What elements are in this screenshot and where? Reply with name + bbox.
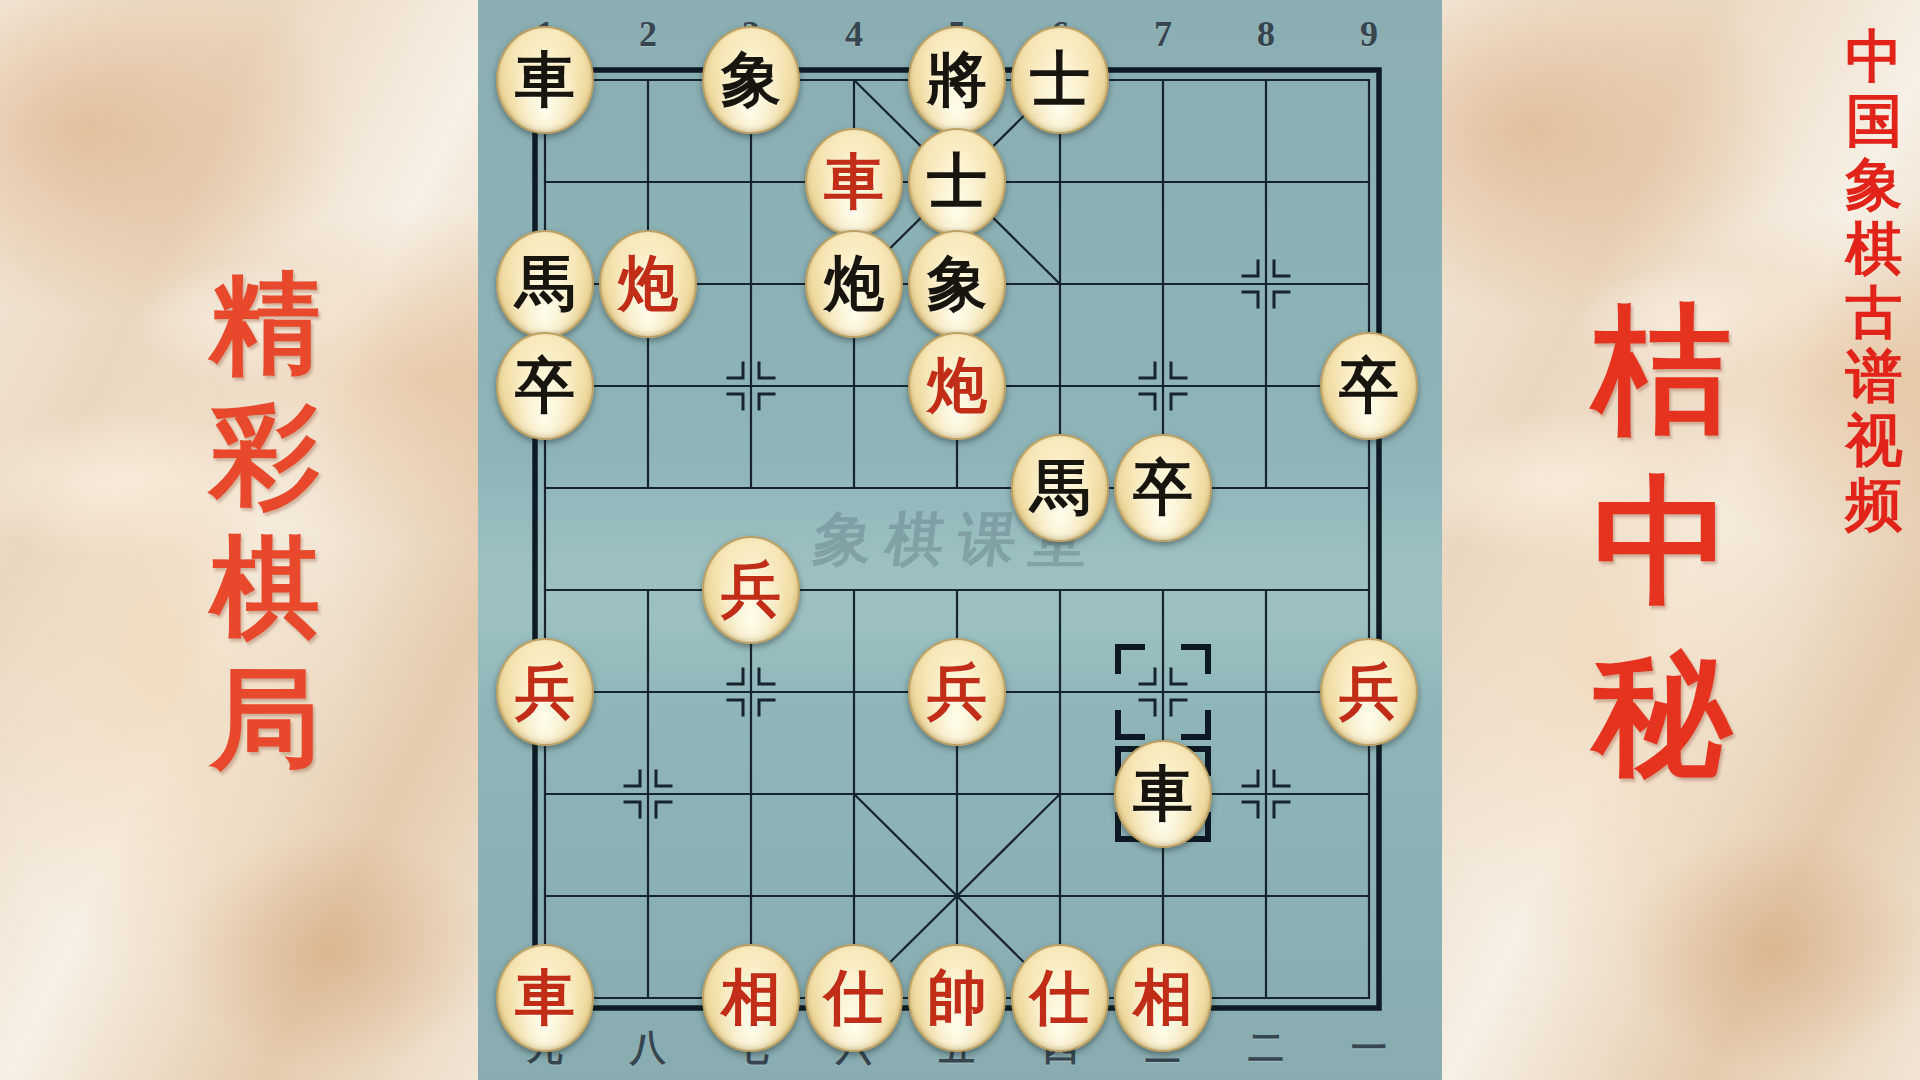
piece-black-advisor[interactable]: 士 — [1011, 26, 1109, 134]
piece-character: 卒 — [1339, 356, 1399, 416]
file-label-top: 7 — [1154, 13, 1172, 55]
piece-character: 車 — [1133, 764, 1193, 824]
title-char: 国 — [1846, 92, 1903, 149]
piece-red-advisor[interactable]: 仕 — [1011, 944, 1109, 1052]
piece-black-chariot[interactable]: 車 — [1114, 740, 1212, 848]
piece-red-soldier[interactable]: 兵 — [1320, 638, 1418, 746]
piece-red-chariot[interactable]: 車 — [805, 128, 903, 236]
file-label-top: 4 — [845, 13, 863, 55]
piece-black-advisor[interactable]: 士 — [908, 128, 1006, 236]
left-title-vertical: 精彩棋局 — [210, 268, 320, 774]
piece-red-chariot[interactable]: 車 — [496, 944, 594, 1052]
piece-character: 兵 — [1339, 662, 1399, 722]
piece-red-cannon[interactable]: 炮 — [908, 332, 1006, 440]
title-char: 古 — [1846, 284, 1903, 341]
piece-character: 炮 — [618, 254, 678, 314]
piece-black-elephant[interactable]: 象 — [702, 26, 800, 134]
piece-character: 馬 — [515, 254, 575, 314]
piece-black-soldier[interactable]: 卒 — [1114, 434, 1212, 542]
file-label-bottom: 二 — [1248, 1024, 1284, 1073]
piece-character: 相 — [721, 968, 781, 1028]
piece-character: 車 — [515, 968, 575, 1028]
piece-red-cannon[interactable]: 炮 — [599, 230, 697, 338]
piece-black-horse[interactable]: 馬 — [1011, 434, 1109, 542]
piece-black-horse[interactable]: 馬 — [496, 230, 594, 338]
last-move-from-marker — [1115, 644, 1211, 740]
piece-red-advisor[interactable]: 仕 — [805, 944, 903, 1052]
piece-character: 卒 — [515, 356, 575, 416]
title-char: 中 — [1846, 28, 1903, 85]
title-char: 彩 — [210, 400, 320, 510]
piece-character: 將 — [927, 50, 987, 110]
piece-black-soldier[interactable]: 卒 — [496, 332, 594, 440]
file-label-top: 9 — [1360, 13, 1378, 55]
piece-character: 兵 — [721, 560, 781, 620]
piece-red-soldier[interactable]: 兵 — [496, 638, 594, 746]
piece-character: 車 — [824, 152, 884, 212]
piece-character: 卒 — [1133, 458, 1193, 518]
right-title-large-vertical: 桔中秘 — [1593, 300, 1731, 782]
piece-black-elephant[interactable]: 象 — [908, 230, 1006, 338]
piece-red-soldier[interactable]: 兵 — [908, 638, 1006, 746]
piece-black-general[interactable]: 將 — [908, 26, 1006, 134]
piece-character: 相 — [1133, 968, 1193, 1028]
piece-character: 象 — [927, 254, 987, 314]
piece-red-general[interactable]: 帥 — [908, 944, 1006, 1052]
piece-character: 炮 — [927, 356, 987, 416]
piece-character: 兵 — [927, 662, 987, 722]
piece-red-elephant[interactable]: 相 — [702, 944, 800, 1052]
piece-character: 士 — [1030, 50, 1090, 110]
piece-black-soldier[interactable]: 卒 — [1320, 332, 1418, 440]
file-label-bottom: 八 — [630, 1024, 666, 1073]
title-char: 频 — [1846, 476, 1903, 533]
title-char: 中 — [1593, 472, 1731, 610]
piece-character: 炮 — [824, 254, 884, 314]
piece-character: 士 — [927, 152, 987, 212]
piece-character: 馬 — [1030, 458, 1090, 518]
piece-red-elephant[interactable]: 相 — [1114, 944, 1212, 1052]
title-char: 象 — [1846, 156, 1903, 213]
screenshot-stage: 精彩棋局 桔中秘 中国象棋古谱视频 — [0, 0, 1920, 1080]
piece-character: 兵 — [515, 662, 575, 722]
title-char: 局 — [210, 664, 320, 774]
right-title-small-vertical: 中国象棋古谱视频 — [1846, 28, 1903, 533]
piece-red-soldier[interactable]: 兵 — [702, 536, 800, 644]
title-char: 棋 — [210, 532, 320, 642]
file-label-bottom: 一 — [1351, 1024, 1387, 1073]
piece-character: 仕 — [1030, 968, 1090, 1028]
file-label-top: 2 — [639, 13, 657, 55]
piece-black-cannon[interactable]: 炮 — [805, 230, 903, 338]
title-char: 精 — [210, 268, 320, 378]
piece-character: 車 — [515, 50, 575, 110]
piece-black-chariot[interactable]: 車 — [496, 26, 594, 134]
title-char: 秘 — [1593, 644, 1731, 782]
title-char: 棋 — [1846, 220, 1903, 277]
title-char: 桔 — [1593, 300, 1731, 438]
file-label-top: 8 — [1257, 13, 1275, 55]
title-char: 视 — [1846, 412, 1903, 469]
piece-character: 仕 — [824, 968, 884, 1028]
piece-character: 帥 — [927, 968, 987, 1028]
title-char: 谱 — [1846, 348, 1903, 405]
piece-character: 象 — [721, 50, 781, 110]
